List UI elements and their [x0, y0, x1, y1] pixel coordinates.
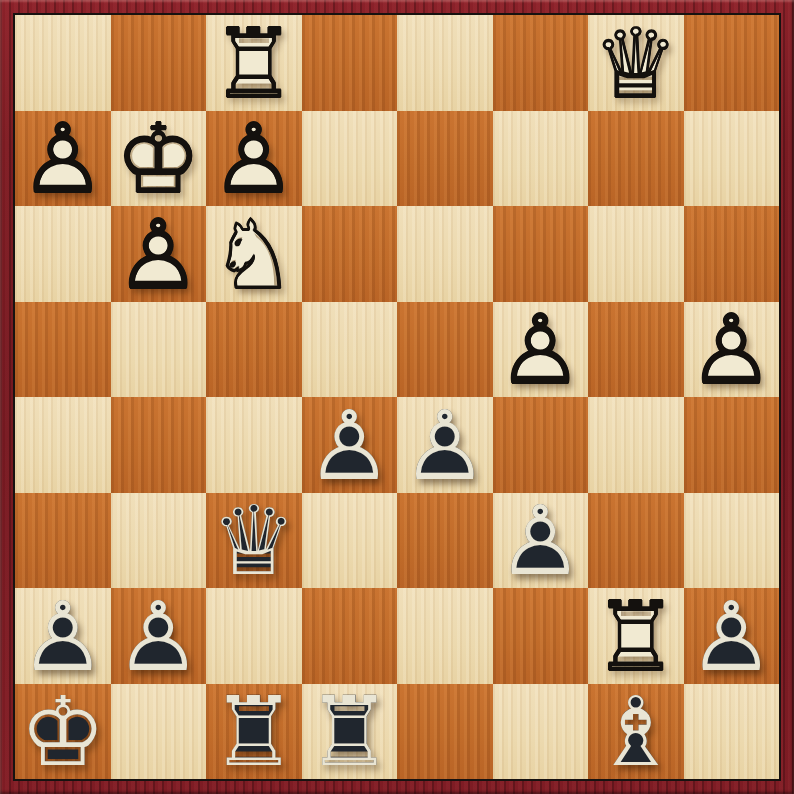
- square-e2[interactable]: [397, 588, 493, 684]
- white-pawn-icon: ♟♙: [493, 302, 589, 398]
- square-h6[interactable]: [684, 206, 780, 302]
- square-g7[interactable]: [588, 111, 684, 207]
- piece-outline-layer: ♕: [206, 494, 302, 589]
- square-c8[interactable]: ♜♖: [206, 15, 302, 111]
- square-h3[interactable]: [684, 493, 780, 589]
- square-f3[interactable]: ♟♙: [493, 493, 589, 589]
- white-pawn-icon: ♟♙: [111, 206, 207, 302]
- piece-outline-layer: ♖: [206, 16, 302, 111]
- square-e7[interactable]: [397, 111, 493, 207]
- board-frame: ♜♖♛♕♟♙♚♔♟♙♟♙♞♘♟♙♟♙♟♙♟♙♛♕♟♙♟♙♟♙♜♖♟♙♚♔♜♖♜♖…: [0, 0, 794, 794]
- square-c3[interactable]: ♛♕: [206, 493, 302, 589]
- square-f8[interactable]: [493, 15, 589, 111]
- piece-outline-layer: ♙: [15, 589, 111, 684]
- square-g2[interactable]: ♜♖: [588, 588, 684, 684]
- square-c2[interactable]: [206, 588, 302, 684]
- piece-outline-layer: ♖: [206, 685, 302, 780]
- piece-outline-layer: ♖: [588, 589, 684, 684]
- white-knight-icon: ♞♘: [206, 206, 302, 302]
- square-c1[interactable]: ♜♖: [206, 684, 302, 780]
- white-rook-icon: ♜♖: [206, 15, 302, 111]
- square-f1[interactable]: [493, 684, 589, 780]
- white-king-icon: ♚♔: [111, 111, 207, 207]
- black-pawn-icon: ♟♙: [15, 588, 111, 684]
- square-b1[interactable]: [111, 684, 207, 780]
- square-g1[interactable]: ♝♗: [588, 684, 684, 780]
- square-e5[interactable]: [397, 302, 493, 398]
- square-e4[interactable]: ♟♙: [397, 397, 493, 493]
- piece-outline-layer: ♙: [684, 303, 780, 398]
- square-f4[interactable]: [493, 397, 589, 493]
- square-h1[interactable]: [684, 684, 780, 780]
- square-b7[interactable]: ♚♔: [111, 111, 207, 207]
- square-d5[interactable]: [302, 302, 398, 398]
- square-d6[interactable]: [302, 206, 398, 302]
- square-a2[interactable]: ♟♙: [15, 588, 111, 684]
- square-f6[interactable]: [493, 206, 589, 302]
- piece-outline-layer: ♖: [302, 685, 398, 780]
- square-b8[interactable]: [111, 15, 207, 111]
- white-rook-icon: ♜♖: [588, 588, 684, 684]
- square-a6[interactable]: [15, 206, 111, 302]
- square-e6[interactable]: [397, 206, 493, 302]
- black-pawn-icon: ♟♙: [302, 397, 398, 493]
- square-b3[interactable]: [111, 493, 207, 589]
- square-c6[interactable]: ♞♘: [206, 206, 302, 302]
- black-pawn-icon: ♟♙: [397, 397, 493, 493]
- board-grid: ♜♖♛♕♟♙♚♔♟♙♟♙♞♘♟♙♟♙♟♙♟♙♛♕♟♙♟♙♟♙♜♖♟♙♚♔♜♖♜♖…: [15, 15, 779, 779]
- square-g6[interactable]: [588, 206, 684, 302]
- piece-outline-layer: ♙: [397, 398, 493, 493]
- square-b6[interactable]: ♟♙: [111, 206, 207, 302]
- chess-board: ♜♖♛♕♟♙♚♔♟♙♟♙♞♘♟♙♟♙♟♙♟♙♛♕♟♙♟♙♟♙♜♖♟♙♚♔♜♖♜♖…: [13, 13, 781, 781]
- square-h5[interactable]: ♟♙: [684, 302, 780, 398]
- square-c5[interactable]: [206, 302, 302, 398]
- square-g8[interactable]: ♛♕: [588, 15, 684, 111]
- piece-outline-layer: ♙: [206, 112, 302, 207]
- square-f5[interactable]: ♟♙: [493, 302, 589, 398]
- square-d4[interactable]: ♟♙: [302, 397, 398, 493]
- square-c4[interactable]: [206, 397, 302, 493]
- square-a1[interactable]: ♚♔: [15, 684, 111, 780]
- square-d3[interactable]: [302, 493, 398, 589]
- square-e1[interactable]: [397, 684, 493, 780]
- piece-outline-layer: ♙: [493, 303, 589, 398]
- piece-outline-layer: ♗: [588, 685, 684, 780]
- square-a3[interactable]: [15, 493, 111, 589]
- piece-outline-layer: ♙: [15, 112, 111, 207]
- square-e8[interactable]: [397, 15, 493, 111]
- square-h2[interactable]: ♟♙: [684, 588, 780, 684]
- square-f7[interactable]: [493, 111, 589, 207]
- white-pawn-icon: ♟♙: [15, 111, 111, 207]
- piece-outline-layer: ♙: [684, 589, 780, 684]
- square-a7[interactable]: ♟♙: [15, 111, 111, 207]
- square-a5[interactable]: [15, 302, 111, 398]
- square-d8[interactable]: [302, 15, 398, 111]
- black-rook-icon: ♜♖: [206, 684, 302, 780]
- piece-outline-layer: ♘: [206, 207, 302, 302]
- piece-outline-layer: ♕: [588, 16, 684, 111]
- square-b5[interactable]: [111, 302, 207, 398]
- piece-outline-layer: ♙: [493, 494, 589, 589]
- square-d2[interactable]: [302, 588, 398, 684]
- square-a8[interactable]: [15, 15, 111, 111]
- square-g5[interactable]: [588, 302, 684, 398]
- black-queen-icon: ♛♕: [206, 493, 302, 589]
- black-rook-icon: ♜♖: [302, 684, 398, 780]
- square-b2[interactable]: ♟♙: [111, 588, 207, 684]
- square-d7[interactable]: [302, 111, 398, 207]
- black-pawn-icon: ♟♙: [684, 588, 780, 684]
- square-d1[interactable]: ♜♖: [302, 684, 398, 780]
- piece-outline-layer: ♙: [302, 398, 398, 493]
- square-h8[interactable]: [684, 15, 780, 111]
- square-g3[interactable]: [588, 493, 684, 589]
- white-pawn-icon: ♟♙: [684, 302, 780, 398]
- square-c7[interactable]: ♟♙: [206, 111, 302, 207]
- square-g4[interactable]: [588, 397, 684, 493]
- white-pawn-icon: ♟♙: [206, 111, 302, 207]
- black-bishop-icon: ♝♗: [588, 684, 684, 780]
- black-pawn-icon: ♟♙: [111, 588, 207, 684]
- square-e3[interactable]: [397, 493, 493, 589]
- piece-outline-layer: ♔: [15, 685, 111, 780]
- square-a4[interactable]: [15, 397, 111, 493]
- piece-outline-layer: ♔: [111, 112, 207, 207]
- black-king-icon: ♚♔: [15, 684, 111, 780]
- square-h4[interactable]: [684, 397, 780, 493]
- white-queen-icon: ♛♕: [588, 15, 684, 111]
- piece-outline-layer: ♙: [111, 207, 207, 302]
- square-f2[interactable]: [493, 588, 589, 684]
- black-pawn-icon: ♟♙: [493, 493, 589, 589]
- piece-outline-layer: ♙: [111, 589, 207, 684]
- square-h7[interactable]: [684, 111, 780, 207]
- square-b4[interactable]: [111, 397, 207, 493]
